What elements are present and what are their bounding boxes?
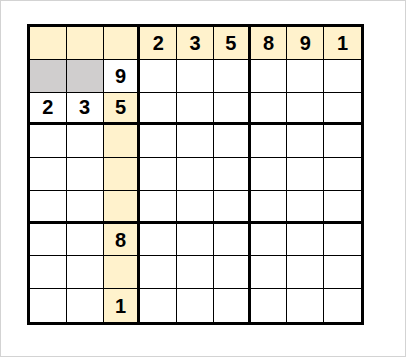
cell-r4c0[interactable] bbox=[30, 158, 67, 191]
cell-r8c1[interactable] bbox=[67, 289, 104, 322]
cell-r7c1[interactable] bbox=[67, 256, 104, 289]
cell-r0c3-digit-2[interactable]: 2 bbox=[140, 27, 177, 60]
cell-r6c7[interactable] bbox=[287, 224, 324, 257]
cell-r1c3[interactable] bbox=[140, 60, 177, 93]
cell-r3c1[interactable] bbox=[67, 125, 104, 158]
cell-r0c4-digit-3[interactable]: 3 bbox=[177, 27, 214, 60]
cell-r6c4[interactable] bbox=[177, 224, 214, 257]
cell-r2c7[interactable] bbox=[287, 93, 324, 126]
cell-r8c8[interactable] bbox=[324, 289, 361, 322]
sudoku-page: 235891923581 bbox=[0, 0, 406, 357]
cell-r1c2-digit-9[interactable]: 9 bbox=[104, 60, 141, 93]
cell-r3c5[interactable] bbox=[214, 125, 251, 158]
cell-r4c7[interactable] bbox=[287, 158, 324, 191]
cell-r6c3[interactable] bbox=[140, 224, 177, 257]
cell-r4c8[interactable] bbox=[324, 158, 361, 191]
cell-r3c7[interactable] bbox=[287, 125, 324, 158]
cell-r2c2-digit-5[interactable]: 5 bbox=[104, 93, 141, 126]
cell-r2c4[interactable] bbox=[177, 93, 214, 126]
cell-r6c2-digit-8[interactable]: 8 bbox=[104, 224, 141, 257]
cell-r1c1[interactable] bbox=[67, 60, 104, 93]
cell-r3c3[interactable] bbox=[140, 125, 177, 158]
cell-r5c1[interactable] bbox=[67, 191, 104, 224]
cell-r3c4[interactable] bbox=[177, 125, 214, 158]
cell-r6c0[interactable] bbox=[30, 224, 67, 257]
cell-r2c3[interactable] bbox=[140, 93, 177, 126]
cell-r4c4[interactable] bbox=[177, 158, 214, 191]
cell-r6c6[interactable] bbox=[251, 224, 288, 257]
cell-r4c3[interactable] bbox=[140, 158, 177, 191]
cell-r5c0[interactable] bbox=[30, 191, 67, 224]
cell-r2c0-digit-2[interactable]: 2 bbox=[30, 93, 67, 126]
cell-r3c0[interactable] bbox=[30, 125, 67, 158]
cell-r5c5[interactable] bbox=[214, 191, 251, 224]
cell-r8c7[interactable] bbox=[287, 289, 324, 322]
cell-r7c6[interactable] bbox=[251, 256, 288, 289]
cell-r7c2[interactable] bbox=[104, 256, 141, 289]
cell-r4c2[interactable] bbox=[104, 158, 141, 191]
cell-r2c5[interactable] bbox=[214, 93, 251, 126]
cell-r2c1-digit-3[interactable]: 3 bbox=[67, 93, 104, 126]
cell-r2c6[interactable] bbox=[251, 93, 288, 126]
cell-r7c8[interactable] bbox=[324, 256, 361, 289]
cell-r4c1[interactable] bbox=[67, 158, 104, 191]
sudoku-board: 235891923581 bbox=[27, 24, 364, 325]
cell-r6c5[interactable] bbox=[214, 224, 251, 257]
cell-r1c6[interactable] bbox=[251, 60, 288, 93]
cell-r1c8[interactable] bbox=[324, 60, 361, 93]
cell-r5c2[interactable] bbox=[104, 191, 141, 224]
cell-r0c0[interactable] bbox=[30, 27, 67, 60]
cell-r2c8[interactable] bbox=[324, 93, 361, 126]
cell-r8c0[interactable] bbox=[30, 289, 67, 322]
cell-r4c6[interactable] bbox=[251, 158, 288, 191]
cell-r6c8[interactable] bbox=[324, 224, 361, 257]
cell-r0c1[interactable] bbox=[67, 27, 104, 60]
cell-r0c2[interactable] bbox=[104, 27, 141, 60]
cell-r5c4[interactable] bbox=[177, 191, 214, 224]
cell-r3c6[interactable] bbox=[251, 125, 288, 158]
cell-r5c3[interactable] bbox=[140, 191, 177, 224]
cell-r5c7[interactable] bbox=[287, 191, 324, 224]
cell-r8c2-digit-1[interactable]: 1 bbox=[104, 289, 141, 322]
cell-r1c5[interactable] bbox=[214, 60, 251, 93]
cell-r5c6[interactable] bbox=[251, 191, 288, 224]
cell-r5c8[interactable] bbox=[324, 191, 361, 224]
cell-r3c8[interactable] bbox=[324, 125, 361, 158]
cell-r0c6-digit-8[interactable]: 8 bbox=[251, 27, 288, 60]
cell-r7c7[interactable] bbox=[287, 256, 324, 289]
cell-r7c5[interactable] bbox=[214, 256, 251, 289]
cell-r7c0[interactable] bbox=[30, 256, 67, 289]
cell-r3c2[interactable] bbox=[104, 125, 141, 158]
cell-r6c1[interactable] bbox=[67, 224, 104, 257]
cell-r1c0[interactable] bbox=[30, 60, 67, 93]
cell-r8c5[interactable] bbox=[214, 289, 251, 322]
cell-r7c4[interactable] bbox=[177, 256, 214, 289]
cell-r0c7-digit-9[interactable]: 9 bbox=[287, 27, 324, 60]
cell-r8c3[interactable] bbox=[140, 289, 177, 322]
cell-r1c7[interactable] bbox=[287, 60, 324, 93]
cell-r7c3[interactable] bbox=[140, 256, 177, 289]
cell-r8c6[interactable] bbox=[251, 289, 288, 322]
cell-r1c4[interactable] bbox=[177, 60, 214, 93]
cell-r4c5[interactable] bbox=[214, 158, 251, 191]
cell-r0c5-digit-5[interactable]: 5 bbox=[214, 27, 251, 60]
cell-r8c4[interactable] bbox=[177, 289, 214, 322]
cell-r0c8-digit-1[interactable]: 1 bbox=[324, 27, 361, 60]
